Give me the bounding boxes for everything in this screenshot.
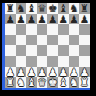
square-c2[interactable]: ♟ xyxy=(26,67,37,78)
piece-black-knight: ♞ xyxy=(69,3,78,14)
square-b6[interactable] xyxy=(16,24,27,35)
square-a7[interactable]: ♟ xyxy=(5,14,16,25)
square-c1[interactable]: ♝ xyxy=(26,77,37,88)
piece-white-pawn: ♟ xyxy=(27,67,36,78)
square-c6[interactable] xyxy=(26,24,37,35)
square-d4[interactable] xyxy=(37,45,48,56)
square-e6[interactable] xyxy=(47,24,58,35)
square-b1[interactable]: ♞ xyxy=(16,77,27,88)
square-f3[interactable] xyxy=(58,56,69,67)
piece-black-rook: ♜ xyxy=(6,3,15,14)
square-d6[interactable] xyxy=(37,24,48,35)
piece-white-knight: ♞ xyxy=(69,77,78,88)
square-h5[interactable] xyxy=(79,35,90,46)
square-e2[interactable]: ♟ xyxy=(47,67,58,78)
square-d3[interactable] xyxy=(37,56,48,67)
square-c8[interactable]: ♝ xyxy=(26,3,37,14)
piece-black-pawn: ♟ xyxy=(69,14,78,25)
square-f6[interactable] xyxy=(58,24,69,35)
piece-white-pawn: ♟ xyxy=(37,67,46,78)
square-g2[interactable]: ♟ xyxy=(69,67,80,78)
piece-black-king: ♚ xyxy=(48,3,57,14)
square-g5[interactable] xyxy=(69,35,80,46)
piece-black-bishop: ♝ xyxy=(27,3,36,14)
square-g3[interactable] xyxy=(69,56,80,67)
square-d7[interactable]: ♟ xyxy=(37,14,48,25)
square-e7[interactable]: ♟ xyxy=(47,14,58,25)
square-c4[interactable] xyxy=(26,45,37,56)
square-g8[interactable]: ♞ xyxy=(69,3,80,14)
square-a8[interactable]: ♜ xyxy=(5,3,16,14)
piece-white-rook: ♜ xyxy=(80,77,89,88)
square-h2[interactable]: ♟ xyxy=(79,67,90,78)
piece-black-pawn: ♟ xyxy=(59,14,68,25)
square-f7[interactable]: ♟ xyxy=(58,14,69,25)
piece-black-knight: ♞ xyxy=(16,3,25,14)
piece-white-pawn: ♟ xyxy=(69,67,78,78)
square-a2[interactable]: ♟ xyxy=(5,67,16,78)
square-b7[interactable]: ♟ xyxy=(16,14,27,25)
square-d5[interactable] xyxy=(37,35,48,46)
square-a6[interactable] xyxy=(5,24,16,35)
piece-black-rook: ♜ xyxy=(80,3,89,14)
piece-black-pawn: ♟ xyxy=(16,14,25,25)
square-e3[interactable] xyxy=(47,56,58,67)
piece-white-pawn: ♟ xyxy=(80,67,89,78)
square-e5[interactable] xyxy=(47,35,58,46)
square-a5[interactable] xyxy=(5,35,16,46)
square-f2[interactable]: ♟ xyxy=(58,67,69,78)
square-e4[interactable] xyxy=(47,45,58,56)
square-f8[interactable]: ♝ xyxy=(58,3,69,14)
chess-board: ♜♞♝♛♚♝♞♜♟♟♟♟♟♟♟♟♟♟♟♟♟♟♟♟♜♞♝♛♚♝♞♜ xyxy=(5,3,90,88)
square-g1[interactable]: ♞ xyxy=(69,77,80,88)
square-b5[interactable] xyxy=(16,35,27,46)
piece-white-queen: ♛ xyxy=(37,77,46,88)
square-g6[interactable] xyxy=(69,24,80,35)
square-h6[interactable] xyxy=(79,24,90,35)
square-b2[interactable]: ♟ xyxy=(16,67,27,78)
square-d8[interactable]: ♛ xyxy=(37,3,48,14)
app-background: ♜♞♝♛♚♝♞♜♟♟♟♟♟♟♟♟♟♟♟♟♟♟♟♟♜♞♝♛♚♝♞♜ xyxy=(0,0,96,96)
square-g4[interactable] xyxy=(69,45,80,56)
piece-white-pawn: ♟ xyxy=(48,67,57,78)
square-f1[interactable]: ♝ xyxy=(58,77,69,88)
square-c5[interactable] xyxy=(26,35,37,46)
piece-black-pawn: ♟ xyxy=(80,14,89,25)
piece-black-pawn: ♟ xyxy=(6,14,15,25)
piece-white-pawn: ♟ xyxy=(16,67,25,78)
square-h7[interactable]: ♟ xyxy=(79,14,90,25)
piece-white-bishop: ♝ xyxy=(59,77,68,88)
square-g7[interactable]: ♟ xyxy=(69,14,80,25)
square-c7[interactable]: ♟ xyxy=(26,14,37,25)
square-b3[interactable] xyxy=(16,56,27,67)
square-f4[interactable] xyxy=(58,45,69,56)
square-h8[interactable]: ♜ xyxy=(79,3,90,14)
piece-black-pawn: ♟ xyxy=(37,14,46,25)
piece-black-queen: ♛ xyxy=(37,3,46,14)
piece-white-bishop: ♝ xyxy=(27,77,36,88)
square-e8[interactable]: ♚ xyxy=(47,3,58,14)
square-h3[interactable] xyxy=(79,56,90,67)
piece-black-pawn: ♟ xyxy=(48,14,57,25)
square-h4[interactable] xyxy=(79,45,90,56)
piece-black-bishop: ♝ xyxy=(59,3,68,14)
piece-white-rook: ♜ xyxy=(6,77,15,88)
square-c3[interactable] xyxy=(26,56,37,67)
square-h1[interactable]: ♜ xyxy=(79,77,90,88)
square-d2[interactable]: ♟ xyxy=(37,67,48,78)
piece-white-pawn: ♟ xyxy=(6,67,15,78)
square-e1[interactable]: ♚ xyxy=(47,77,58,88)
piece-black-pawn: ♟ xyxy=(27,14,36,25)
piece-white-knight: ♞ xyxy=(16,77,25,88)
square-b4[interactable] xyxy=(16,45,27,56)
square-b8[interactable]: ♞ xyxy=(16,3,27,14)
square-a1[interactable]: ♜ xyxy=(5,77,16,88)
piece-white-king: ♚ xyxy=(48,77,57,88)
board-frame: ♜♞♝♛♚♝♞♜♟♟♟♟♟♟♟♟♟♟♟♟♟♟♟♟♜♞♝♛♚♝♞♜ xyxy=(2,3,90,90)
square-d1[interactable]: ♛ xyxy=(37,77,48,88)
square-f5[interactable] xyxy=(58,35,69,46)
square-a3[interactable] xyxy=(5,56,16,67)
square-a4[interactable] xyxy=(5,45,16,56)
piece-white-pawn: ♟ xyxy=(59,67,68,78)
